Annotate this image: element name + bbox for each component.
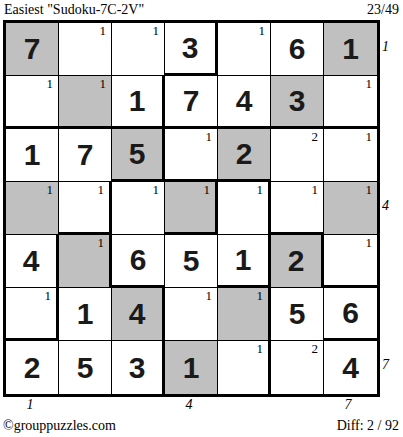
given-digit: 6 xyxy=(324,288,377,338)
cell-r3c1[interactable]: 1 xyxy=(6,129,59,182)
cell-r2c3[interactable]: 1 xyxy=(112,76,165,129)
cell-r3c4[interactable]: 1 xyxy=(165,129,218,182)
pencil-mark: 1 xyxy=(98,236,105,250)
cell-r4c1[interactable]: 1 xyxy=(6,182,59,235)
given-digit: 1 xyxy=(324,23,377,75)
pencil-mark: 1 xyxy=(98,183,105,197)
cell-r7c5[interactable]: 1 xyxy=(218,341,271,394)
pencil-mark: 1 xyxy=(45,289,52,303)
cell-r5c2[interactable]: 1 xyxy=(59,235,112,288)
cell-r6c7[interactable]: 6 xyxy=(324,288,377,341)
cell-r6c1[interactable]: 1 xyxy=(6,288,59,341)
cell-r7c2[interactable]: 5 xyxy=(59,341,112,394)
given-digit: 2 xyxy=(271,235,321,287)
given-digit: 1 xyxy=(112,76,162,126)
cell-r2c5[interactable]: 4 xyxy=(218,76,271,129)
cell-r1c1[interactable]: 7 xyxy=(6,23,59,76)
pencil-mark: 2 xyxy=(312,130,319,144)
cell-r6c6[interactable]: 5 xyxy=(271,288,324,341)
given-digit: 7 xyxy=(59,129,111,181)
given-digit: 4 xyxy=(6,235,56,287)
given-digit: 3 xyxy=(165,23,215,73)
cell-r3c3[interactable]: 5 xyxy=(112,129,165,182)
cell-r1c3[interactable]: 1 xyxy=(112,23,165,76)
cell-r7c4[interactable]: 1 xyxy=(165,341,218,394)
cell-r4c7[interactable]: 1 xyxy=(324,182,377,235)
cell-r2c1[interactable]: 1 xyxy=(6,76,59,129)
cell-r2c2[interactable]: 1 xyxy=(59,76,112,129)
copyright-text: ©grouppuzzles.com xyxy=(3,418,116,434)
given-digit: 6 xyxy=(112,235,164,285)
pencil-mark: 1 xyxy=(366,130,373,144)
pencil-mark: 1 xyxy=(153,24,160,38)
given-digit: 7 xyxy=(165,76,217,126)
puzzle-counter: 23/49 xyxy=(367,2,399,18)
pencil-mark: 1 xyxy=(257,342,264,356)
given-digit: 3 xyxy=(271,76,323,126)
col-label-4: 4 xyxy=(186,397,193,413)
pencil-mark: 1 xyxy=(100,24,107,38)
pencil-mark: 1 xyxy=(366,77,373,91)
pencil-mark: 1 xyxy=(204,183,211,197)
given-digit: 4 xyxy=(112,288,162,340)
cell-r5c5[interactable]: 1 xyxy=(218,235,271,288)
pencil-mark: 1 xyxy=(257,289,264,303)
given-digit: 2 xyxy=(218,129,270,179)
cell-r5c4[interactable]: 5 xyxy=(165,235,218,288)
cell-r7c3[interactable]: 3 xyxy=(112,341,165,394)
difficulty-text: Diff: 2 / 92 xyxy=(337,418,399,434)
pencil-mark: 1 xyxy=(312,183,319,197)
cell-r6c5[interactable]: 1 xyxy=(218,288,271,341)
row-label-1: 1 xyxy=(382,39,389,55)
cell-r5c6[interactable]: 2 xyxy=(271,235,324,288)
cell-r1c7[interactable]: 1 xyxy=(324,23,377,76)
pencil-mark: 1 xyxy=(257,183,264,197)
row-label-4: 4 xyxy=(382,198,389,214)
cell-r3c7[interactable]: 1 xyxy=(324,129,377,182)
given-digit: 1 xyxy=(6,129,58,181)
cell-r7c7[interactable]: 4 xyxy=(324,341,377,394)
col-label-1: 1 xyxy=(27,397,34,413)
cell-r6c2[interactable]: 1 xyxy=(59,288,112,341)
sudoku-grid: 7113161111743117512211111111416512111411… xyxy=(3,20,380,397)
cell-r1c2[interactable]: 1 xyxy=(59,23,112,76)
pencil-mark: 1 xyxy=(206,289,213,303)
page-title: Easiest "Sudoku-7C-2V" xyxy=(4,2,144,18)
cell-r3c5[interactable]: 2 xyxy=(218,129,271,182)
row-label-7: 7 xyxy=(382,357,389,373)
pencil-mark: 1 xyxy=(366,183,373,197)
cell-r2c7[interactable]: 1 xyxy=(324,76,377,129)
given-digit: 5 xyxy=(59,341,111,394)
cell-r5c1[interactable]: 4 xyxy=(6,235,59,288)
pencil-mark: 1 xyxy=(206,130,213,144)
given-digit: 1 xyxy=(218,235,268,285)
given-digit: 1 xyxy=(59,288,111,340)
cell-r4c4[interactable]: 1 xyxy=(165,182,218,235)
cell-r4c2[interactable]: 1 xyxy=(59,182,112,235)
cell-r3c2[interactable]: 7 xyxy=(59,129,112,182)
cell-r6c3[interactable]: 4 xyxy=(112,288,165,341)
given-digit: 4 xyxy=(324,341,377,394)
cell-r5c3[interactable]: 6 xyxy=(112,235,165,288)
cell-r1c4[interactable]: 3 xyxy=(165,23,218,76)
cell-r1c5[interactable]: 1 xyxy=(218,23,271,76)
cell-r3c6[interactable]: 2 xyxy=(271,129,324,182)
given-digit: 2 xyxy=(6,341,58,394)
cell-r7c1[interactable]: 2 xyxy=(6,341,59,394)
cell-r1c6[interactable]: 6 xyxy=(271,23,324,76)
pencil-mark: 1 xyxy=(47,77,54,91)
given-digit: 6 xyxy=(271,23,323,75)
pencil-mark: 2 xyxy=(312,342,319,356)
given-digit: 7 xyxy=(6,23,58,75)
cell-r4c6[interactable]: 1 xyxy=(271,182,324,235)
given-digit: 5 xyxy=(271,288,323,340)
cell-r4c5[interactable]: 1 xyxy=(218,182,271,235)
given-digit: 3 xyxy=(112,341,162,394)
cell-r6c4[interactable]: 1 xyxy=(165,288,218,341)
given-digit: 5 xyxy=(112,129,162,179)
pencil-mark: 1 xyxy=(153,183,160,197)
pencil-mark: 1 xyxy=(366,236,373,250)
given-digit: 4 xyxy=(218,76,270,126)
cell-r2c6[interactable]: 3 xyxy=(271,76,324,129)
given-digit: 5 xyxy=(165,235,217,287)
given-digit: 1 xyxy=(165,341,217,394)
cell-r4c3[interactable]: 1 xyxy=(112,182,165,235)
pencil-mark: 1 xyxy=(259,24,266,38)
col-label-7: 7 xyxy=(345,397,352,413)
cell-r5c7[interactable]: 1 xyxy=(324,235,377,288)
pencil-mark: 1 xyxy=(100,77,107,91)
pencil-mark: 1 xyxy=(47,183,54,197)
cell-r2c4[interactable]: 7 xyxy=(165,76,218,129)
cell-r7c6[interactable]: 2 xyxy=(271,341,324,394)
